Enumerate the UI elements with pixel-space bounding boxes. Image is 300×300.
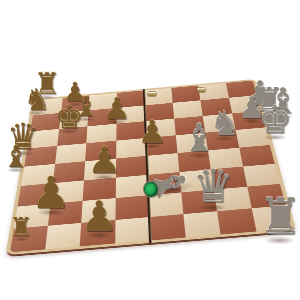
pawn-icon: ♟ bbox=[31, 172, 70, 214]
pawn-icon: ♟ bbox=[138, 117, 167, 147]
piece-shadow bbox=[93, 174, 116, 180]
piece-black-queen-b6[interactable]: ♛ bbox=[192, 165, 233, 209]
square-a6[interactable] bbox=[183, 211, 221, 237]
piece-white-knight-g1[interactable]: ♞ bbox=[24, 86, 51, 115]
rook-icon: ♜ bbox=[258, 194, 300, 242]
pawn-icon: ♟ bbox=[87, 143, 120, 178]
pawn-icon: ♟ bbox=[80, 197, 118, 237]
product-photo-scene: ♜♞♟♝♚♟♟♛♝♟♟♜♟♟♜♝♟♚♞♝♛♜♝ bbox=[0, 0, 300, 300]
piece-shadow bbox=[108, 120, 127, 125]
piece-shadow bbox=[28, 111, 47, 116]
square-b4[interactable] bbox=[115, 195, 149, 220]
piece-white-rook-a1[interactable]: ♜ bbox=[9, 215, 32, 240]
piece-black-rook-a8[interactable]: ♜ bbox=[258, 194, 300, 242]
square-a5[interactable] bbox=[149, 214, 185, 240]
board-hinge-right bbox=[197, 88, 205, 92]
square-a2[interactable] bbox=[45, 223, 81, 250]
board-hinge-left bbox=[148, 92, 156, 96]
piece-black-king-e8[interactable]: ♚ bbox=[258, 102, 292, 138]
piece-white-pawn-a3[interactable]: ♟ bbox=[80, 197, 118, 237]
piece-shadow bbox=[263, 134, 287, 140]
piece-white-king-e1[interactable]: ♚ bbox=[55, 102, 84, 132]
piece-shadow bbox=[59, 129, 79, 134]
piece-shadow bbox=[142, 144, 162, 149]
piece-white-pawn-c3[interactable]: ♟ bbox=[87, 143, 120, 178]
square-a4[interactable] bbox=[115, 217, 150, 243]
queen-icon: ♛ bbox=[192, 165, 233, 209]
piece-white-bishop-c1[interactable]: ♝ bbox=[3, 143, 30, 172]
piece-black-bishop-d5[interactable]: ♝ bbox=[182, 120, 216, 156]
piece-shadow bbox=[7, 168, 26, 173]
piece-shadow bbox=[264, 236, 295, 244]
piece-white-pawn-f3[interactable]: ♟ bbox=[104, 95, 131, 124]
king-icon: ♚ bbox=[55, 102, 84, 132]
piece-white-pawn-b2[interactable]: ♟ bbox=[31, 172, 70, 214]
piece-shadow bbox=[187, 152, 211, 158]
bishop-icon: ♝ bbox=[182, 120, 216, 156]
piece-shadow bbox=[86, 232, 112, 239]
piece-white-pawn-e4[interactable]: ♟ bbox=[138, 117, 167, 147]
king-icon: ♚ bbox=[258, 102, 292, 138]
